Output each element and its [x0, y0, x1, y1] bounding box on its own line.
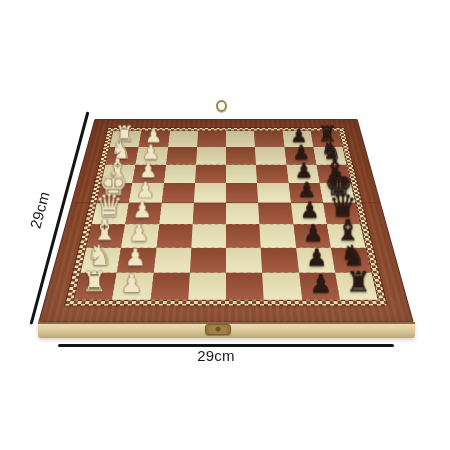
- square: [191, 224, 226, 247]
- square: [261, 247, 299, 272]
- square: [194, 183, 226, 203]
- piece-black-pawn: ♟: [295, 221, 330, 244]
- piece-white-rook: ♜: [75, 268, 113, 296]
- piece-black-pawn: ♟: [293, 199, 326, 221]
- square: ♜: [74, 273, 117, 300]
- square: [188, 273, 226, 300]
- square: ♜: [335, 273, 378, 300]
- piece-white-pawn: ♟: [122, 221, 157, 244]
- square: [196, 147, 226, 164]
- square: [150, 273, 189, 300]
- chess-board: ♜♟♟♜♞♟♟♞♝♟♟♝♚♟♟♚♛♟♟♛♝♟♟♝♞♟♟♞♜♟♟♜: [38, 119, 414, 323]
- square: [195, 164, 226, 183]
- square: [153, 247, 191, 272]
- piece-black-rook: ♜: [339, 268, 377, 296]
- square: [156, 224, 192, 247]
- square: [226, 131, 255, 147]
- square: [262, 273, 301, 300]
- piece-black-pawn: ♟: [301, 271, 339, 296]
- chess-set-product-photo: ♜♟♟♜♞♟♟♞♝♟♟♝♚♟♟♚♛♟♟♛♝♟♟♝♞♟♟♞♜♟♟♜ 29cm 29…: [0, 0, 450, 450]
- board-decorative-border: ♜♟♟♜♞♟♟♞♝♟♟♝♚♟♟♚♛♟♟♛♝♟♟♝♞♟♟♞♜♟♟♜: [64, 127, 388, 306]
- square: [192, 203, 226, 224]
- square: [197, 131, 226, 147]
- hanging-ring-icon: [216, 100, 227, 112]
- square: [190, 247, 226, 272]
- square: [256, 164, 288, 183]
- square: [166, 147, 197, 164]
- square: [255, 147, 286, 164]
- piece-white-pawn: ♟: [118, 245, 154, 269]
- square: [226, 203, 260, 224]
- square: [226, 224, 261, 247]
- piece-white-pawn: ♟: [113, 271, 151, 296]
- dimension-label-left: 29cm: [23, 177, 57, 243]
- square: [226, 164, 257, 183]
- square: [226, 247, 262, 272]
- square: [164, 164, 196, 183]
- square: ♟: [299, 273, 340, 300]
- square: [226, 273, 264, 300]
- dimension-label-bottom: 29cm: [186, 347, 246, 365]
- board-grid: ♜♟♟♜♞♟♟♞♝♟♟♝♚♟♟♚♛♟♟♛♝♟♟♝♞♟♟♞♜♟♟♜: [73, 131, 379, 301]
- square: [226, 147, 256, 164]
- square: [159, 203, 194, 224]
- square: [257, 183, 290, 203]
- piece-white-pawn: ♟: [126, 199, 159, 221]
- square: [226, 183, 258, 203]
- brass-clasp-icon: [205, 324, 231, 335]
- square: [161, 183, 194, 203]
- square: [254, 131, 284, 147]
- square: [258, 203, 293, 224]
- square: [260, 224, 296, 247]
- square: ♟: [112, 273, 153, 300]
- square: [168, 131, 198, 147]
- piece-black-pawn: ♟: [298, 245, 334, 269]
